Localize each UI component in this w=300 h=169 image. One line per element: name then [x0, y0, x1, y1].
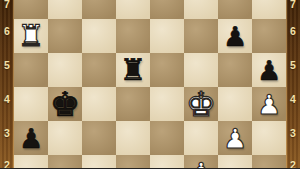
square-a4[interactable] [14, 87, 48, 121]
square-c2[interactable] [82, 155, 116, 168]
square-a2[interactable] [14, 155, 48, 168]
piece-white-pawn[interactable]: ♟ [189, 159, 213, 169]
square-b2[interactable] [48, 155, 82, 168]
square-e6[interactable] [150, 19, 184, 53]
square-c4[interactable] [82, 87, 116, 121]
rank-label-right-3: 3 [286, 128, 300, 139]
rank-label-left-7: 7 [0, 0, 14, 10]
rank-label-left-2: 2 [0, 160, 14, 168]
square-c3[interactable] [82, 121, 116, 155]
rank-label-left-3: 3 [0, 128, 14, 139]
rank-label-right-4: 4 [286, 94, 300, 105]
square-d2[interactable] [116, 155, 150, 168]
piece-white-rook[interactable]: ♜ [18, 21, 45, 51]
square-h5[interactable]: ♟ [252, 53, 286, 87]
piece-black-pawn[interactable]: ♟ [223, 23, 247, 50]
rank-label-right-7: 7 [286, 0, 300, 10]
square-g6[interactable]: ♟ [218, 19, 252, 53]
square-b4[interactable]: ♚ [48, 87, 82, 121]
rank-label-left-6: 6 [0, 26, 14, 37]
square-b6[interactable] [48, 19, 82, 53]
piece-black-pawn[interactable]: ♟ [19, 125, 43, 152]
square-e4[interactable] [150, 87, 184, 121]
square-h7[interactable] [252, 0, 286, 19]
square-g3[interactable]: ♟ [218, 121, 252, 155]
rank-label-left-4: 4 [0, 94, 14, 105]
square-f3[interactable] [184, 121, 218, 155]
square-g2[interactable] [218, 155, 252, 168]
square-e2[interactable] [150, 155, 184, 168]
piece-white-king[interactable]: ♚ [186, 87, 216, 121]
rank-border-left: 765432 [0, 0, 14, 168]
square-a3[interactable]: ♟ [14, 121, 48, 155]
piece-black-king[interactable]: ♚ [50, 87, 80, 121]
piece-white-pawn[interactable]: ♟ [257, 91, 281, 118]
square-b7[interactable] [48, 0, 82, 19]
chess-board: ♜♟♜♟♚♚♟♟♟♟ [14, 0, 286, 168]
square-c6[interactable] [82, 19, 116, 53]
square-h6[interactable] [252, 19, 286, 53]
chess-diagram: 765432 ♜♟♜♟♚♚♟♟♟♟ 765432 [0, 0, 300, 168]
square-a7[interactable] [14, 0, 48, 19]
square-g5[interactable] [218, 53, 252, 87]
square-d3[interactable] [116, 121, 150, 155]
square-e7[interactable] [150, 0, 184, 19]
square-f7[interactable] [184, 0, 218, 19]
square-e3[interactable] [150, 121, 184, 155]
square-b3[interactable] [48, 121, 82, 155]
square-f5[interactable] [184, 53, 218, 87]
piece-black-rook[interactable]: ♜ [120, 55, 147, 85]
square-g7[interactable] [218, 0, 252, 19]
square-c7[interactable] [82, 0, 116, 19]
square-f4[interactable]: ♚ [184, 87, 218, 121]
square-c5[interactable] [82, 53, 116, 87]
square-h4[interactable]: ♟ [252, 87, 286, 121]
square-d7[interactable] [116, 0, 150, 19]
square-f6[interactable] [184, 19, 218, 53]
rank-border-right: 765432 [286, 0, 300, 168]
square-h3[interactable] [252, 121, 286, 155]
square-d6[interactable] [116, 19, 150, 53]
square-f2[interactable]: ♟ [184, 155, 218, 168]
square-g4[interactable] [218, 87, 252, 121]
rank-label-right-5: 5 [286, 60, 300, 71]
square-d4[interactable] [116, 87, 150, 121]
rank-label-left-5: 5 [0, 60, 14, 71]
square-h2[interactable] [252, 155, 286, 168]
square-e5[interactable] [150, 53, 184, 87]
square-d5[interactable]: ♜ [116, 53, 150, 87]
rank-label-right-6: 6 [286, 26, 300, 37]
square-b5[interactable] [48, 53, 82, 87]
square-a5[interactable] [14, 53, 48, 87]
rank-label-right-2: 2 [286, 160, 300, 168]
piece-white-pawn[interactable]: ♟ [223, 125, 247, 152]
piece-black-pawn[interactable]: ♟ [257, 57, 281, 84]
square-a6[interactable]: ♜ [14, 19, 48, 53]
